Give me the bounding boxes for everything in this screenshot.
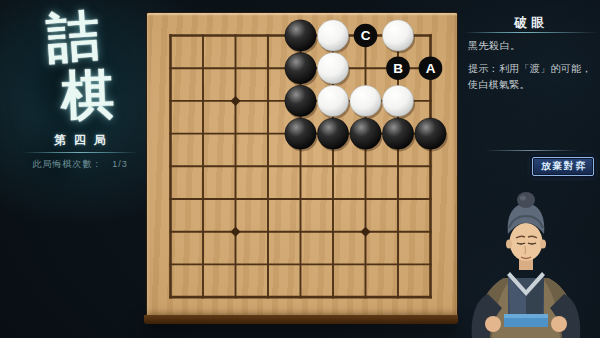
white-stone — [382, 20, 413, 51]
white-stone — [317, 85, 348, 116]
board-bottom-edge — [144, 315, 458, 324]
give-up-button[interactable]: 放棄對弈 — [532, 157, 594, 176]
move-option-c[interactable]: C — [354, 24, 378, 48]
npc-portrait — [452, 190, 600, 338]
puzzle-objective: 黑先殺白。 — [468, 39, 596, 53]
star-point — [361, 227, 371, 237]
game-screen: 詰 棋 第四局 此局悔棋次數： 1/3 CBA 破眼 黑先殺 — [0, 0, 600, 338]
puzzle-title-divider — [464, 32, 598, 33]
black-stone — [350, 118, 381, 149]
black-stone — [317, 118, 348, 149]
puzzle-title: 破眼 — [460, 14, 598, 32]
black-stone — [285, 53, 316, 84]
round-label: 第四局 — [0, 132, 160, 149]
calligraphy-title: 詰 棋 — [34, 8, 124, 124]
calligraphy-char-1: 詰 — [45, 6, 102, 68]
black-stone — [415, 118, 446, 149]
svg-text:B: B — [393, 61, 403, 76]
white-stone — [317, 53, 348, 84]
star-point — [231, 227, 241, 237]
white-stone — [382, 85, 413, 116]
black-stone — [285, 85, 316, 116]
undo-counter: 此局悔棋次數： 1/3 — [0, 158, 160, 171]
white-stone — [317, 20, 348, 51]
board-svg: CBA — [147, 13, 457, 316]
left-divider — [22, 152, 138, 153]
move-option-a[interactable]: A — [419, 56, 443, 80]
button-divider — [484, 150, 580, 151]
svg-text:A: A — [426, 61, 436, 76]
white-stone — [350, 85, 381, 116]
svg-text:C: C — [361, 28, 371, 43]
black-stone — [285, 118, 316, 149]
star-point — [231, 96, 241, 106]
black-stone — [382, 118, 413, 149]
go-board[interactable]: CBA — [146, 12, 458, 317]
puzzle-hint: 提示：利用「渡」的可能，使白棋氣緊。 — [468, 61, 598, 93]
calligraphy-char-2: 棋 — [60, 65, 115, 125]
move-option-b[interactable]: B — [386, 56, 410, 80]
black-stone — [285, 20, 316, 51]
